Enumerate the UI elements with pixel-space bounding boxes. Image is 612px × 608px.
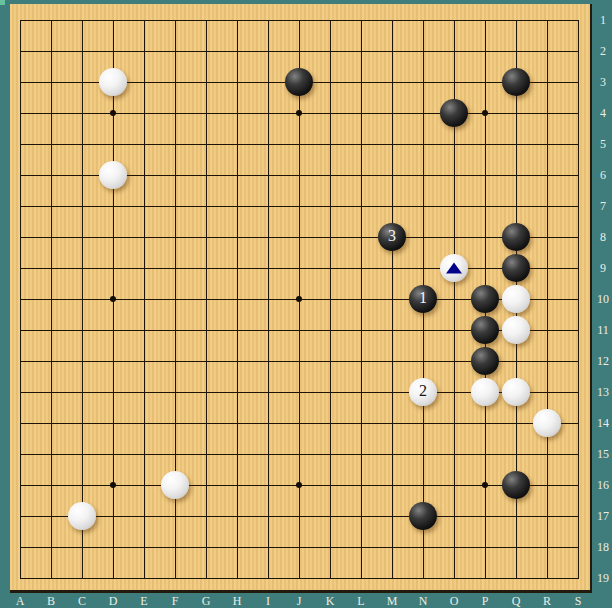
white-stone bbox=[99, 68, 127, 96]
go-board[interactable]: 312 bbox=[10, 4, 592, 593]
black-stone: 1 bbox=[409, 285, 437, 313]
window-corner-highlight bbox=[0, 0, 5, 5]
row-label: 18 bbox=[592, 540, 612, 554]
black-stone: 3 bbox=[378, 223, 406, 251]
move-number-label: 3 bbox=[388, 228, 396, 244]
stones-layer: 312 bbox=[10, 4, 590, 590]
row-label: 10 bbox=[592, 292, 612, 306]
black-stone bbox=[471, 316, 499, 344]
row-label: 13 bbox=[592, 385, 612, 399]
column-label: K bbox=[321, 595, 339, 608]
row-label: 14 bbox=[592, 416, 612, 430]
black-stone bbox=[285, 68, 313, 96]
white-stone bbox=[471, 378, 499, 406]
white-stone bbox=[161, 471, 189, 499]
row-label: 17 bbox=[592, 509, 612, 523]
black-stone bbox=[471, 285, 499, 313]
row-label: 8 bbox=[592, 230, 612, 244]
row-label: 2 bbox=[592, 44, 612, 58]
column-label: B bbox=[42, 595, 60, 608]
column-label: L bbox=[352, 595, 370, 608]
row-label: 15 bbox=[592, 447, 612, 461]
white-stone bbox=[99, 161, 127, 189]
column-label: J bbox=[290, 595, 308, 608]
white-stone bbox=[502, 285, 530, 313]
column-label: Q bbox=[507, 595, 525, 608]
column-label: M bbox=[383, 595, 401, 608]
column-label: N bbox=[414, 595, 432, 608]
column-label: G bbox=[197, 595, 215, 608]
move-number-label: 2 bbox=[419, 383, 427, 399]
column-label: E bbox=[135, 595, 153, 608]
column-label: H bbox=[228, 595, 246, 608]
column-label: O bbox=[445, 595, 463, 608]
black-stone bbox=[471, 347, 499, 375]
go-client-window: 312 ABCDEFGHIJKLMNOPQRS 1234567891011121… bbox=[0, 0, 612, 608]
row-label: 19 bbox=[592, 571, 612, 585]
column-label: I bbox=[259, 595, 277, 608]
triangle-marker-icon bbox=[446, 263, 462, 274]
white-stone bbox=[502, 316, 530, 344]
white-stone bbox=[440, 254, 468, 282]
column-label: D bbox=[104, 595, 122, 608]
row-label: 9 bbox=[592, 261, 612, 275]
column-label: S bbox=[569, 595, 587, 608]
black-stone bbox=[502, 471, 530, 499]
white-stone bbox=[68, 502, 96, 530]
white-stone bbox=[533, 409, 561, 437]
black-stone bbox=[409, 502, 437, 530]
white-stone: 2 bbox=[409, 378, 437, 406]
black-stone bbox=[502, 254, 530, 282]
row-label: 1 bbox=[592, 13, 612, 27]
move-number-label: 1 bbox=[419, 290, 427, 306]
column-label: C bbox=[73, 595, 91, 608]
row-label: 3 bbox=[592, 75, 612, 89]
column-label: P bbox=[476, 595, 494, 608]
column-label: R bbox=[538, 595, 556, 608]
column-label: F bbox=[166, 595, 184, 608]
column-label: A bbox=[11, 595, 29, 608]
black-stone bbox=[440, 99, 468, 127]
row-label: 16 bbox=[592, 478, 612, 492]
row-label: 5 bbox=[592, 137, 612, 151]
white-stone bbox=[502, 378, 530, 406]
row-label: 12 bbox=[592, 354, 612, 368]
black-stone bbox=[502, 223, 530, 251]
row-label: 6 bbox=[592, 168, 612, 182]
row-label: 11 bbox=[592, 323, 612, 337]
row-label: 7 bbox=[592, 199, 612, 213]
row-label: 4 bbox=[592, 106, 612, 120]
black-stone bbox=[502, 68, 530, 96]
